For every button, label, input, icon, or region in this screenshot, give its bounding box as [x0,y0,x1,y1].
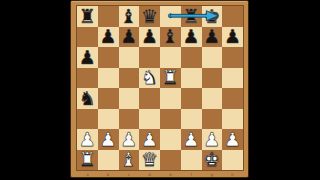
square-e3[interactable] [160,109,181,130]
white-queen[interactable]: ♛ [141,150,158,169]
square-g2[interactable]: ♟ [202,129,223,150]
square-h4[interactable] [222,88,243,109]
square-h8[interactable] [222,6,243,27]
screenshot: ♜♝♛♜♚♟♟♟♝♟♟♟♟♞♜♞♟♟♟♟♟♟♟♜♝♛♚ abcdefgh [0,0,320,180]
square-d4[interactable] [139,88,160,109]
chess-board-frame: ♜♝♛♜♚♟♟♟♝♟♟♟♟♞♜♞♟♟♟♟♟♟♟♜♝♛♚ abcdefgh [70,0,249,178]
black-pawn[interactable]: ♟ [141,27,158,46]
square-b2[interactable]: ♟ [98,129,119,150]
square-e6[interactable] [160,47,181,68]
square-g5[interactable] [202,68,223,89]
square-b4[interactable] [98,88,119,109]
square-d1[interactable]: ♛ [139,150,160,171]
black-queen[interactable]: ♛ [141,7,158,26]
black-bishop[interactable]: ♝ [162,27,179,46]
square-f8[interactable]: ♜ [181,6,202,27]
square-a5[interactable] [77,68,98,89]
white-pawn[interactable]: ♟ [100,130,117,149]
white-rook[interactable]: ♜ [162,68,179,87]
square-d6[interactable] [139,47,160,68]
square-f6[interactable] [181,47,202,68]
square-d5[interactable]: ♞ [139,68,160,89]
square-g3[interactable] [202,109,223,130]
white-pawn[interactable]: ♟ [183,130,200,149]
square-b6[interactable] [98,47,119,68]
square-g4[interactable] [202,88,223,109]
square-g1[interactable]: ♚ [202,150,223,171]
square-e4[interactable] [160,88,181,109]
file-label-d: d [148,172,151,177]
white-pawn[interactable]: ♟ [224,130,241,149]
black-pawn[interactable]: ♟ [183,27,200,46]
square-g6[interactable] [202,47,223,68]
square-e5[interactable]: ♜ [160,68,181,89]
square-f1[interactable] [181,150,202,171]
white-pawn[interactable]: ♟ [203,130,220,149]
square-c5[interactable] [119,68,140,89]
square-d3[interactable] [139,109,160,130]
square-c6[interactable] [119,47,140,68]
square-h1[interactable] [222,150,243,171]
white-pawn[interactable]: ♟ [141,130,158,149]
white-pawn[interactable]: ♟ [120,130,137,149]
square-d7[interactable]: ♟ [139,27,160,48]
square-c4[interactable] [119,88,140,109]
black-pawn[interactable]: ♟ [224,27,241,46]
file-label-f: f [190,172,191,177]
square-e8[interactable] [160,6,181,27]
square-b5[interactable] [98,68,119,89]
black-pawn[interactable]: ♟ [120,27,137,46]
file-label-h: h [231,172,234,177]
square-b7[interactable]: ♟ [98,27,119,48]
square-e7[interactable]: ♝ [160,27,181,48]
board-squares: ♜♝♛♜♚♟♟♟♝♟♟♟♟♞♜♞♟♟♟♟♟♟♟♜♝♛♚ [77,6,243,170]
square-f3[interactable] [181,109,202,130]
file-label-a: a [86,172,88,177]
square-e2[interactable] [160,129,181,150]
white-knight[interactable]: ♞ [141,68,158,87]
square-d2[interactable]: ♟ [139,129,160,150]
square-a7[interactable] [77,27,98,48]
square-c3[interactable] [119,109,140,130]
square-f4[interactable] [181,88,202,109]
square-h6[interactable] [222,47,243,68]
black-pawn[interactable]: ♟ [100,27,117,46]
black-pawn[interactable]: ♟ [79,48,96,67]
square-b8[interactable] [98,6,119,27]
white-rook[interactable]: ♜ [79,150,96,169]
square-c8[interactable]: ♝ [119,6,140,27]
white-king[interactable]: ♚ [203,150,220,169]
square-c1[interactable]: ♝ [119,150,140,171]
square-h5[interactable] [222,68,243,89]
black-rook[interactable]: ♜ [79,7,96,26]
file-label-g: g [211,172,214,177]
file-label-c: c [128,172,130,177]
square-h2[interactable]: ♟ [222,129,243,150]
square-h3[interactable] [222,109,243,130]
square-f5[interactable] [181,68,202,89]
black-pawn[interactable]: ♟ [203,27,220,46]
square-d8[interactable]: ♛ [139,6,160,27]
black-knight[interactable]: ♞ [79,89,96,108]
square-f2[interactable]: ♟ [181,129,202,150]
square-e1[interactable] [160,150,181,171]
black-bishop[interactable]: ♝ [120,7,137,26]
square-a6[interactable]: ♟ [77,47,98,68]
file-label-b: b [107,172,110,177]
square-b3[interactable] [98,109,119,130]
square-a2[interactable]: ♟ [77,129,98,150]
black-rook[interactable]: ♜ [183,7,200,26]
square-h7[interactable]: ♟ [222,27,243,48]
square-f7[interactable]: ♟ [181,27,202,48]
square-a8[interactable]: ♜ [77,6,98,27]
white-bishop[interactable]: ♝ [120,150,137,169]
file-label-e: e [169,172,171,177]
square-a3[interactable] [77,109,98,130]
black-king[interactable]: ♚ [203,7,220,26]
square-g7[interactable]: ♟ [202,27,223,48]
square-b1[interactable] [98,150,119,171]
square-g8[interactable]: ♚ [202,6,223,27]
square-c2[interactable]: ♟ [119,129,140,150]
square-a1[interactable]: ♜ [77,150,98,171]
white-pawn[interactable]: ♟ [79,130,96,149]
square-c7[interactable]: ♟ [119,27,140,48]
square-a4[interactable]: ♞ [77,88,98,109]
